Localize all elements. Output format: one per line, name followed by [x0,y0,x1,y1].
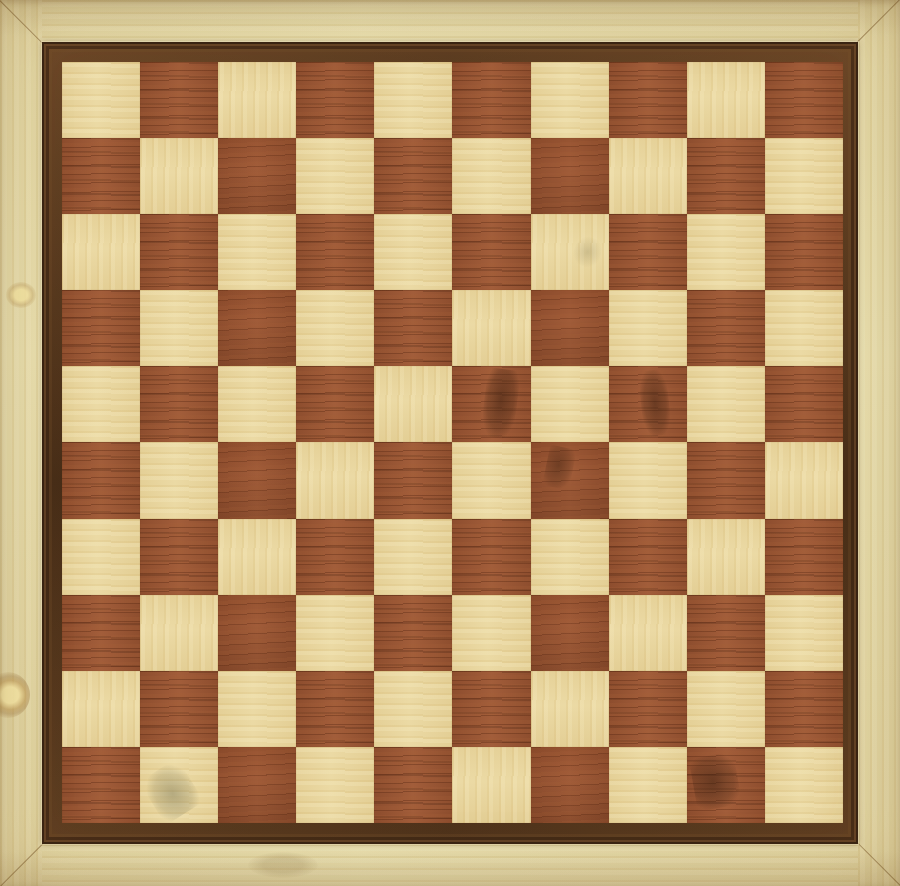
square-r7-c4[interactable] [296,519,374,595]
square-r5-c6[interactable] [452,366,530,442]
square-r6-c1[interactable] [62,442,140,518]
square-r10-c5[interactable] [374,747,452,823]
square-r8-c5[interactable] [374,595,452,671]
square-r7-c8[interactable] [609,519,687,595]
square-r1-c6[interactable] [452,62,530,138]
frame-left-rail [0,0,42,886]
square-r2-c5[interactable] [374,138,452,214]
square-r5-c8[interactable] [609,366,687,442]
square-r2-c8[interactable] [609,138,687,214]
square-r2-c9[interactable] [687,138,765,214]
square-r2-c1[interactable] [62,138,140,214]
square-r9-c3[interactable] [218,671,296,747]
square-r1-c4[interactable] [296,62,374,138]
square-r3-c10[interactable] [765,214,843,290]
square-r3-c4[interactable] [296,214,374,290]
square-r9-c4[interactable] [296,671,374,747]
square-r8-c2[interactable] [140,595,218,671]
square-r2-c2[interactable] [140,138,218,214]
square-r3-c1[interactable] [62,214,140,290]
square-r1-c10[interactable] [765,62,843,138]
frame-right-rail [858,0,900,886]
square-r9-c8[interactable] [609,671,687,747]
square-r3-c2[interactable] [140,214,218,290]
square-r5-c3[interactable] [218,366,296,442]
square-r6-c3[interactable] [218,442,296,518]
square-r10-c8[interactable] [609,747,687,823]
square-r10-c7[interactable] [531,747,609,823]
square-r4-c1[interactable] [62,290,140,366]
square-r5-c7[interactable] [531,366,609,442]
square-r8-c4[interactable] [296,595,374,671]
square-r8-c3[interactable] [218,595,296,671]
square-r2-c10[interactable] [765,138,843,214]
square-r10-c2[interactable] [140,747,218,823]
square-r5-c2[interactable] [140,366,218,442]
square-r6-c10[interactable] [765,442,843,518]
square-r4-c7[interactable] [531,290,609,366]
square-r5-c10[interactable] [765,366,843,442]
square-r9-c2[interactable] [140,671,218,747]
square-r4-c5[interactable] [374,290,452,366]
square-r4-c9[interactable] [687,290,765,366]
square-r5-c1[interactable] [62,366,140,442]
square-r5-c9[interactable] [687,366,765,442]
square-r2-c4[interactable] [296,138,374,214]
square-r3-c5[interactable] [374,214,452,290]
square-r10-c10[interactable] [765,747,843,823]
square-r10-c6[interactable] [452,747,530,823]
square-r8-c7[interactable] [531,595,609,671]
square-r4-c6[interactable] [452,290,530,366]
square-r3-c3[interactable] [218,214,296,290]
square-r6-c2[interactable] [140,442,218,518]
square-r8-c9[interactable] [687,595,765,671]
square-r2-c7[interactable] [531,138,609,214]
square-r9-c5[interactable] [374,671,452,747]
square-r7-c9[interactable] [687,519,765,595]
square-r7-c6[interactable] [452,519,530,595]
square-r7-c2[interactable] [140,519,218,595]
draughts-board-photo [0,0,900,886]
square-r3-c9[interactable] [687,214,765,290]
draughts-board [62,62,843,823]
square-r10-c9[interactable] [687,747,765,823]
square-r6-c5[interactable] [374,442,452,518]
square-r8-c1[interactable] [62,595,140,671]
square-r9-c10[interactable] [765,671,843,747]
square-r6-c7[interactable] [531,442,609,518]
square-r7-c10[interactable] [765,519,843,595]
square-r4-c10[interactable] [765,290,843,366]
square-r9-c6[interactable] [452,671,530,747]
square-r6-c4[interactable] [296,442,374,518]
square-r1-c9[interactable] [687,62,765,138]
square-r1-c5[interactable] [374,62,452,138]
square-r8-c10[interactable] [765,595,843,671]
square-r1-c1[interactable] [62,62,140,138]
square-r1-c3[interactable] [218,62,296,138]
square-r4-c4[interactable] [296,290,374,366]
square-r10-c3[interactable] [218,747,296,823]
square-r5-c5[interactable] [374,366,452,442]
square-r3-c7[interactable] [531,214,609,290]
square-r4-c8[interactable] [609,290,687,366]
square-r3-c6[interactable] [452,214,530,290]
square-r9-c9[interactable] [687,671,765,747]
frame-bottom-rail [0,844,900,886]
square-r7-c7[interactable] [531,519,609,595]
square-r7-c5[interactable] [374,519,452,595]
walnut-border [42,42,858,844]
square-r7-c3[interactable] [218,519,296,595]
square-r1-c7[interactable] [531,62,609,138]
square-r2-c6[interactable] [452,138,530,214]
square-r1-c2[interactable] [140,62,218,138]
square-r6-c6[interactable] [452,442,530,518]
square-r4-c3[interactable] [218,290,296,366]
square-r9-c1[interactable] [62,671,140,747]
square-r6-c9[interactable] [687,442,765,518]
frame-top-rail [0,0,900,42]
square-r3-c8[interactable] [609,214,687,290]
square-r10-c1[interactable] [62,747,140,823]
square-r10-c4[interactable] [296,747,374,823]
square-r8-c6[interactable] [452,595,530,671]
square-r1-c8[interactable] [609,62,687,138]
square-r4-c2[interactable] [140,290,218,366]
square-r7-c1[interactable] [62,519,140,595]
square-r8-c8[interactable] [609,595,687,671]
square-r2-c3[interactable] [218,138,296,214]
square-r9-c7[interactable] [531,671,609,747]
square-r6-c8[interactable] [609,442,687,518]
square-r5-c4[interactable] [296,366,374,442]
